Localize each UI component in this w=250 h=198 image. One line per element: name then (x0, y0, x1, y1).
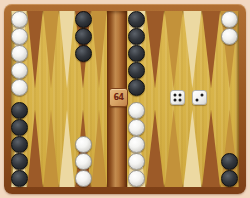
white-checker[interactable] (75, 170, 92, 187)
black-checker[interactable] (128, 79, 145, 96)
point-10[interactable] (43, 99, 59, 187)
point-19[interactable] (127, 11, 146, 99)
point-12[interactable] (11, 99, 27, 187)
point-2[interactable] (202, 99, 221, 187)
white-checker[interactable] (128, 136, 145, 153)
point-17[interactable] (75, 11, 91, 99)
checker-stack (202, 11, 221, 99)
point-3[interactable] (183, 99, 202, 187)
black-checker[interactable] (75, 11, 92, 28)
die-pip (201, 93, 204, 96)
white-checker[interactable] (75, 153, 92, 170)
die-2[interactable] (192, 90, 207, 105)
checker-stack (59, 11, 75, 99)
black-checker[interactable] (221, 170, 238, 187)
doubling-cube-value: 64 (113, 94, 123, 102)
point-1[interactable] (220, 99, 239, 187)
checker-stack (127, 99, 146, 187)
checker-stack (27, 99, 43, 187)
die-pip (179, 99, 182, 102)
point-8[interactable] (75, 99, 91, 187)
die-pip (173, 93, 176, 96)
checker-stack (220, 99, 239, 187)
white-checker[interactable] (11, 62, 28, 79)
die-1[interactable] (170, 90, 185, 105)
black-checker[interactable] (11, 119, 28, 136)
white-checker[interactable] (128, 119, 145, 136)
black-checker[interactable] (75, 45, 92, 62)
point-15[interactable] (43, 11, 59, 99)
point-13[interactable] (11, 11, 27, 99)
point-4[interactable] (164, 99, 183, 187)
point-21[interactable] (164, 11, 183, 99)
black-checker[interactable] (128, 28, 145, 45)
white-checker[interactable] (128, 170, 145, 187)
checker-stack (164, 11, 183, 99)
black-checker[interactable] (128, 62, 145, 79)
checker-stack (75, 99, 91, 187)
white-checker[interactable] (128, 102, 145, 119)
checker-stack (91, 11, 107, 99)
point-16[interactable] (59, 11, 75, 99)
white-checker[interactable] (75, 136, 92, 153)
white-checker[interactable] (11, 45, 28, 62)
white-checker[interactable] (221, 11, 238, 28)
point-24[interactable] (220, 11, 239, 99)
checker-stack (220, 11, 239, 99)
black-checker[interactable] (11, 170, 28, 187)
checker-stack (59, 99, 75, 187)
backgammon-board: 64 (4, 4, 246, 194)
checker-stack (183, 99, 202, 187)
white-checker[interactable] (128, 153, 145, 170)
quadrant-bottom-left (11, 99, 107, 187)
black-checker[interactable] (75, 28, 92, 45)
white-checker[interactable] (221, 28, 238, 45)
point-5[interactable] (146, 99, 165, 187)
checker-stack (146, 99, 165, 187)
point-7[interactable] (91, 99, 107, 187)
point-22[interactable] (183, 11, 202, 99)
checker-stack (146, 11, 165, 99)
black-checker[interactable] (128, 45, 145, 62)
white-checker[interactable] (11, 11, 28, 28)
black-checker[interactable] (11, 136, 28, 153)
checker-stack (91, 99, 107, 187)
checker-stack (43, 99, 59, 187)
quadrant-bottom-right (127, 99, 239, 187)
checker-stack (11, 11, 27, 99)
quadrant-top-right (127, 11, 239, 99)
checker-stack (43, 11, 59, 99)
checker-stack (75, 11, 91, 99)
die-pip (173, 99, 176, 102)
point-18[interactable] (91, 11, 107, 99)
die-pip (195, 99, 198, 102)
checker-stack (164, 99, 183, 187)
app-background: 64 (0, 0, 250, 198)
point-9[interactable] (59, 99, 75, 187)
point-14[interactable] (27, 11, 43, 99)
black-checker[interactable] (11, 102, 28, 119)
point-23[interactable] (202, 11, 221, 99)
point-20[interactable] (146, 11, 165, 99)
white-checker[interactable] (11, 79, 28, 96)
checker-stack (183, 11, 202, 99)
checker-stack (11, 99, 27, 187)
doubling-cube[interactable]: 64 (109, 88, 128, 107)
white-checker[interactable] (11, 28, 28, 45)
black-checker[interactable] (11, 153, 28, 170)
checker-stack (27, 11, 43, 99)
checker-stack (202, 99, 221, 187)
black-checker[interactable] (128, 11, 145, 28)
point-6[interactable] (127, 99, 146, 187)
die-pip (179, 93, 182, 96)
point-11[interactable] (27, 99, 43, 187)
black-checker[interactable] (221, 153, 238, 170)
checker-stack (127, 11, 146, 99)
quadrant-top-left (11, 11, 107, 99)
